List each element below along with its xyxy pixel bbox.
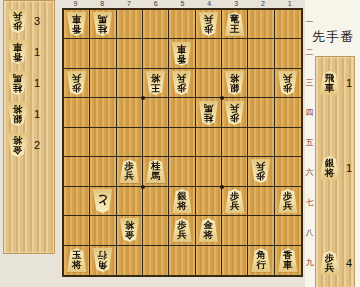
cell-7-1[interactable] — [117, 10, 143, 39]
cell-4-6[interactable] — [196, 157, 222, 186]
cell-4-9[interactable] — [196, 246, 222, 275]
sente-piece-香車[interactable]: 香車 — [277, 248, 298, 272]
piece-kanji: 兵 — [283, 201, 293, 211]
gote-piece-桂馬[interactable]: 桂馬 — [7, 71, 28, 95]
cell-5-4[interactable] — [169, 98, 195, 127]
board-grid: 香車桂馬歩兵竜王香車歩兵王将歩兵銀将歩兵桂馬歩兵歩兵桂馬歩兵と銀将歩兵歩兵金将歩… — [64, 10, 301, 275]
star-point — [141, 185, 145, 189]
cell-7-7[interactable] — [117, 187, 143, 216]
cell-8-3[interactable] — [90, 69, 116, 98]
piece-kanji: 歩 — [204, 24, 214, 34]
cell-5-2[interactable]: 香車 — [169, 39, 195, 68]
piece-kanji: 馬 — [151, 171, 161, 181]
sente-hand-飛車[interactable]: 飛車1 — [319, 71, 352, 95]
cell-2-3[interactable] — [248, 69, 274, 98]
cell-4-4[interactable]: 桂馬 — [196, 98, 222, 127]
cell-8-6[interactable] — [90, 157, 116, 186]
cell-8-4[interactable] — [90, 98, 116, 127]
piece-kanji: 桂 — [13, 83, 23, 93]
gote-piece-桂馬[interactable]: 桂馬 — [198, 101, 219, 125]
piece-kanji: 桂 — [98, 24, 108, 34]
piece-kanji: 金 — [13, 145, 23, 155]
cell-1-5[interactable] — [275, 128, 301, 157]
cell-3-5[interactable] — [222, 128, 248, 157]
sente-piece-桂馬[interactable]: 桂馬 — [145, 159, 166, 183]
piece-kanji: 車 — [177, 44, 187, 54]
piece-kanji: 歩 — [230, 113, 240, 123]
piece-kanji: 将 — [204, 230, 214, 240]
piece-kanji: 将 — [177, 201, 187, 211]
cell-6-7[interactable] — [143, 187, 169, 216]
cell-2-1[interactable] — [248, 10, 274, 39]
piece-kanji: 車 — [72, 14, 82, 24]
star-point — [141, 96, 145, 100]
star-point — [220, 185, 224, 189]
file-label-6: 6 — [142, 0, 169, 8]
gote-piece-香車[interactable]: 香車 — [66, 12, 87, 36]
gote-piece-金将[interactable]: 金将 — [119, 218, 140, 242]
gote-hand-tray: 歩兵3香車1桂馬1銀将1金将2 — [3, 0, 55, 254]
cell-2-2[interactable] — [248, 39, 274, 68]
piece-kanji: 兵 — [72, 73, 82, 83]
piece-kanji: 香 — [72, 24, 82, 34]
cell-5-5[interactable] — [169, 128, 195, 157]
hand-count: 1 — [31, 108, 40, 120]
cell-4-8[interactable]: 金将 — [196, 216, 222, 245]
gote-piece-桂馬[interactable]: 桂馬 — [92, 12, 113, 36]
piece-kanji: 香 — [177, 54, 187, 64]
cell-7-5[interactable] — [117, 128, 143, 157]
cell-8-8[interactable] — [90, 216, 116, 245]
star-point — [220, 96, 224, 100]
cell-1-8[interactable] — [275, 216, 301, 245]
piece-kanji: 行 — [256, 260, 266, 270]
cell-8-2[interactable] — [90, 39, 116, 68]
gote-piece-角行[interactable]: 角行 — [92, 248, 113, 272]
cell-6-4[interactable] — [143, 98, 169, 127]
cell-2-4[interactable] — [248, 98, 274, 127]
piece-kanji: 馬 — [98, 14, 108, 24]
piece-kanji: 兵 — [177, 230, 187, 240]
file-label-8: 8 — [89, 0, 116, 8]
cell-6-2[interactable] — [143, 39, 169, 68]
cell-4-1[interactable]: 歩兵 — [196, 10, 222, 39]
cell-9-7[interactable] — [64, 187, 90, 216]
cell-3-1[interactable]: 竜王 — [222, 10, 248, 39]
gote-piece-歩兵[interactable]: 歩兵 — [250, 159, 271, 183]
cell-9-6[interactable] — [64, 157, 90, 186]
cell-3-9[interactable] — [222, 246, 248, 275]
gote-hand-桂馬[interactable]: 桂馬1 — [7, 71, 53, 95]
cell-8-7[interactable]: と — [90, 187, 116, 216]
cell-6-9[interactable] — [143, 246, 169, 275]
cell-9-1[interactable]: 香車 — [64, 10, 90, 39]
cell-9-5[interactable] — [64, 128, 90, 157]
cell-3-8[interactable] — [222, 216, 248, 245]
file-label-5: 5 — [169, 0, 196, 8]
hand-count: 1 — [31, 46, 40, 58]
piece-kanji: 将 — [13, 104, 23, 114]
gote-piece-歩兵[interactable]: 歩兵 — [66, 71, 87, 95]
cell-5-9[interactable] — [169, 246, 195, 275]
cell-6-6[interactable]: 桂馬 — [143, 157, 169, 186]
sente-piece-飛車[interactable]: 飛車 — [319, 71, 340, 95]
piece-kanji: 歩 — [13, 21, 23, 31]
file-label-1: 1 — [276, 0, 303, 8]
gote-piece-王将[interactable]: 王将 — [145, 71, 166, 95]
piece-kanji: 兵 — [13, 11, 23, 21]
hand-count: 1 — [343, 77, 352, 89]
sente-piece-竜王[interactable]: 竜王 — [224, 12, 245, 36]
sente-hand-歩兵[interactable]: 歩兵4 — [319, 251, 352, 275]
piece-kanji: 香 — [13, 52, 23, 62]
piece-kanji: 兵 — [177, 73, 187, 83]
cell-3-6[interactable] — [222, 157, 248, 186]
gote-hand-香車[interactable]: 香車1 — [7, 40, 53, 64]
cell-2-5[interactable] — [248, 128, 274, 157]
gote-piece-銀将[interactable]: 銀将 — [7, 102, 28, 126]
piece-kanji: 将 — [230, 73, 240, 83]
piece-kanji: 銀 — [230, 83, 240, 93]
cell-6-5[interactable] — [143, 128, 169, 157]
piece-kanji: 金 — [125, 230, 135, 240]
cell-7-4[interactable] — [117, 98, 143, 127]
piece-kanji: 車 — [283, 260, 293, 270]
file-label-4: 4 — [196, 0, 223, 8]
piece-kanji: 角 — [98, 260, 108, 270]
piece-kanji: 馬 — [13, 73, 23, 83]
gote-piece-歩兵[interactable]: 歩兵 — [7, 9, 28, 33]
cell-7-9[interactable] — [117, 246, 143, 275]
piece-kanji: 歩 — [256, 171, 266, 181]
piece-kanji: 桂 — [204, 113, 214, 123]
piece-kanji: 銀 — [13, 114, 23, 124]
cell-1-2[interactable] — [275, 39, 301, 68]
cell-8-1[interactable]: 桂馬 — [90, 10, 116, 39]
piece-kanji: 兵 — [230, 103, 240, 113]
piece-kanji: 王 — [151, 83, 161, 93]
cell-1-6[interactable] — [275, 157, 301, 186]
cell-4-2[interactable] — [196, 39, 222, 68]
gote-piece-銀将[interactable]: 銀将 — [224, 71, 245, 95]
cell-5-7[interactable]: 銀将 — [169, 187, 195, 216]
piece-kanji: 兵 — [125, 171, 135, 181]
sente-hand-銀将[interactable]: 銀将1 — [319, 156, 352, 180]
cell-9-4[interactable] — [64, 98, 90, 127]
cell-6-1[interactable] — [143, 10, 169, 39]
sente-hand-tray: 飛車1銀将1歩兵4 — [315, 56, 355, 287]
cell-3-4[interactable]: 歩兵 — [222, 98, 248, 127]
sente-piece-銀将[interactable]: 銀将 — [171, 189, 192, 213]
piece-kanji: 歩 — [177, 83, 187, 93]
cell-9-3[interactable]: 歩兵 — [64, 69, 90, 98]
cell-9-9[interactable]: 玉将 — [64, 246, 90, 275]
cell-8-5[interactable] — [90, 128, 116, 157]
gote-piece-と[interactable]: と — [92, 189, 113, 213]
piece-kanji: 車 — [13, 42, 23, 52]
hand-count: 3 — [31, 15, 40, 27]
cell-1-4[interactable] — [275, 98, 301, 127]
sente-piece-銀将[interactable]: 銀将 — [319, 156, 340, 180]
board: 香車桂馬歩兵竜王香車歩兵王将歩兵銀将歩兵桂馬歩兵歩兵桂馬歩兵と銀将歩兵歩兵金将歩… — [62, 8, 303, 277]
gote-piece-金将[interactable]: 金将 — [7, 133, 28, 157]
file-label-9: 9 — [62, 0, 89, 8]
gote-piece-歩兵[interactable]: 歩兵 — [171, 71, 192, 95]
shogi-app: 先手番 987654321 一二三四五六七八九 香車桂馬歩兵竜王香車歩兵王将歩兵… — [0, 0, 360, 287]
sente-piece-歩兵[interactable]: 歩兵 — [277, 189, 298, 213]
cell-1-1[interactable] — [275, 10, 301, 39]
cell-2-6[interactable]: 歩兵 — [248, 157, 274, 186]
sente-piece-歩兵[interactable]: 歩兵 — [224, 189, 245, 213]
cell-1-7[interactable]: 歩兵 — [275, 187, 301, 216]
gote-piece-歩兵[interactable]: 歩兵 — [224, 101, 245, 125]
cell-4-5[interactable] — [196, 128, 222, 157]
sente-piece-歩兵[interactable]: 歩兵 — [119, 159, 140, 183]
cell-3-2[interactable] — [222, 39, 248, 68]
sente-piece-金将[interactable]: 金将 — [198, 218, 219, 242]
piece-kanji: 行 — [98, 250, 108, 260]
cell-4-3[interactable] — [196, 69, 222, 98]
cell-4-7[interactable] — [196, 187, 222, 216]
cell-9-8[interactable] — [64, 216, 90, 245]
piece-kanji: 歩 — [72, 83, 82, 93]
sente-piece-玉将[interactable]: 玉将 — [66, 248, 87, 272]
file-label-3: 3 — [223, 0, 250, 8]
gote-hand-金将[interactable]: 金将2 — [7, 133, 53, 157]
cell-3-7[interactable]: 歩兵 — [222, 187, 248, 216]
cell-2-7[interactable] — [248, 187, 274, 216]
gote-piece-歩兵[interactable]: 歩兵 — [198, 12, 219, 36]
cell-5-1[interactable] — [169, 10, 195, 39]
gote-piece-香車[interactable]: 香車 — [7, 40, 28, 64]
piece-kanji: 将 — [325, 168, 335, 178]
hand-count: 1 — [31, 77, 40, 89]
cell-2-9[interactable]: 角行 — [248, 246, 274, 275]
hand-count: 2 — [31, 139, 40, 151]
gote-hand-歩兵[interactable]: 歩兵3 — [7, 9, 53, 33]
piece-kanji: 将 — [151, 73, 161, 83]
file-labels: 987654321 — [62, 0, 303, 8]
cell-7-8[interactable]: 金将 — [117, 216, 143, 245]
turn-indicator: 先手番 — [312, 28, 358, 46]
piece-kanji: 将 — [72, 260, 82, 270]
file-label-7: 7 — [116, 0, 143, 8]
cell-6-8[interactable] — [143, 216, 169, 245]
piece-kanji: 兵 — [230, 201, 240, 211]
hand-count: 1 — [343, 162, 352, 174]
piece-kanji: 歩 — [283, 83, 293, 93]
cell-5-3[interactable]: 歩兵 — [169, 69, 195, 98]
cell-2-8[interactable] — [248, 216, 274, 245]
cell-7-2[interactable] — [117, 39, 143, 68]
piece-kanji: 車 — [325, 83, 335, 93]
cell-1-3[interactable]: 歩兵 — [275, 69, 301, 98]
piece-kanji: と — [97, 194, 109, 207]
cell-9-2[interactable] — [64, 39, 90, 68]
cell-1-9[interactable]: 香車 — [275, 246, 301, 275]
hand-count: 4 — [343, 257, 352, 269]
piece-kanji: 王 — [230, 24, 240, 34]
file-label-2: 2 — [249, 0, 276, 8]
piece-kanji: 兵 — [283, 73, 293, 83]
cell-7-3[interactable] — [117, 69, 143, 98]
cell-5-6[interactable] — [169, 157, 195, 186]
piece-kanji: 将 — [125, 220, 135, 230]
sente-piece-歩兵[interactable]: 歩兵 — [319, 251, 340, 275]
cell-7-6[interactable]: 歩兵 — [117, 157, 143, 186]
cell-6-3[interactable]: 王将 — [143, 69, 169, 98]
piece-kanji: 馬 — [204, 103, 214, 113]
gote-piece-香車[interactable]: 香車 — [171, 42, 192, 66]
piece-kanji: 将 — [13, 135, 23, 145]
sente-piece-歩兵[interactable]: 歩兵 — [171, 218, 192, 242]
cell-3-3[interactable]: 銀将 — [222, 69, 248, 98]
piece-kanji: 兵 — [256, 161, 266, 171]
sente-piece-角行[interactable]: 角行 — [250, 248, 271, 272]
rank-label-1: 一 — [303, 8, 316, 38]
gote-hand-銀将[interactable]: 銀将1 — [7, 102, 53, 126]
cell-8-9[interactable]: 角行 — [90, 246, 116, 275]
piece-kanji: 兵 — [325, 263, 335, 273]
cell-5-8[interactable]: 歩兵 — [169, 216, 195, 245]
piece-kanji: 兵 — [204, 14, 214, 24]
gote-piece-歩兵[interactable]: 歩兵 — [277, 71, 298, 95]
